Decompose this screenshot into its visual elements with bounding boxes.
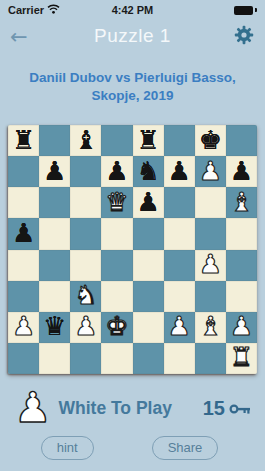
- black-pawn: ♟: [168, 158, 191, 184]
- square-b8[interactable]: [39, 125, 70, 156]
- black-king: ♚: [199, 127, 222, 153]
- square-b7[interactable]: ♟: [39, 156, 70, 187]
- square-f3[interactable]: [164, 281, 195, 312]
- nav-bar: ← Puzzle 1: [0, 22, 265, 52]
- square-a5[interactable]: ♟: [8, 218, 39, 249]
- white-pawn: ♟: [230, 313, 253, 339]
- black-pawn: ♟: [105, 158, 128, 184]
- black-rook: ♜: [136, 127, 159, 153]
- square-f1[interactable]: [164, 343, 195, 374]
- carrier-label: Carrier: [8, 4, 44, 16]
- square-g4[interactable]: ♟: [195, 250, 226, 281]
- square-b5[interactable]: [39, 218, 70, 249]
- white-pawn: ♟: [199, 158, 222, 184]
- square-h4[interactable]: [226, 250, 257, 281]
- square-a7[interactable]: [8, 156, 39, 187]
- square-h3[interactable]: [226, 281, 257, 312]
- black-pawn: ♟: [136, 189, 159, 215]
- square-f7[interactable]: ♟: [164, 156, 195, 187]
- white-pawn: ♟: [12, 313, 35, 339]
- square-d3[interactable]: [101, 281, 132, 312]
- square-h7[interactable]: ♟: [226, 156, 257, 187]
- white-pawn: ♟: [168, 313, 191, 339]
- square-d6[interactable]: ♛: [101, 187, 132, 218]
- square-f8[interactable]: [164, 125, 195, 156]
- black-rook: ♜: [12, 127, 35, 153]
- square-b3[interactable]: [39, 281, 70, 312]
- square-f5[interactable]: [164, 218, 195, 249]
- page-title: Puzzle 1: [0, 25, 265, 47]
- black-knight: ♞: [136, 158, 159, 184]
- square-e7[interactable]: ♞: [133, 156, 164, 187]
- square-a4[interactable]: [8, 250, 39, 281]
- white-pawn: ♟: [74, 313, 97, 339]
- square-b4[interactable]: [39, 250, 70, 281]
- key-score: 15: [203, 397, 251, 420]
- square-c8[interactable]: ♝: [70, 125, 101, 156]
- square-a8[interactable]: ♜: [8, 125, 39, 156]
- square-c7[interactable]: [70, 156, 101, 187]
- square-b6[interactable]: [39, 187, 70, 218]
- square-b2[interactable]: ♛: [39, 312, 70, 343]
- square-d8[interactable]: [101, 125, 132, 156]
- square-d4[interactable]: [101, 250, 132, 281]
- square-h5[interactable]: [226, 218, 257, 249]
- settings-gear-icon[interactable]: [234, 25, 254, 45]
- square-h2[interactable]: ♟: [226, 312, 257, 343]
- square-c3[interactable]: ♞: [70, 281, 101, 312]
- square-f2[interactable]: ♟: [164, 312, 195, 343]
- square-g2[interactable]: ♝: [195, 312, 226, 343]
- square-h6[interactable]: ♝: [226, 187, 257, 218]
- share-button[interactable]: Share: [152, 436, 219, 460]
- square-a6[interactable]: [8, 187, 39, 218]
- action-buttons: hint Share: [0, 436, 262, 460]
- square-g8[interactable]: ♚: [195, 125, 226, 156]
- key-icon: [229, 397, 251, 420]
- square-g3[interactable]: [195, 281, 226, 312]
- game-info-subtitle: Daniil Dubov vs Pierluigi Basso, Skopje,…: [18, 69, 247, 104]
- square-c4[interactable]: [70, 250, 101, 281]
- chess-board: ♜♝♜♚♟♟♞♟♟♟♛♟♝♟♟♞♟♛♟♚♟♝♟♜: [8, 125, 257, 374]
- white-pawn: ♟: [199, 251, 222, 277]
- square-e1[interactable]: [133, 343, 164, 374]
- white-bishop: ♝: [230, 189, 253, 215]
- white-knight: ♞: [74, 282, 97, 308]
- square-e4[interactable]: [133, 250, 164, 281]
- square-e8[interactable]: ♜: [133, 125, 164, 156]
- square-e2[interactable]: [133, 312, 164, 343]
- square-h8[interactable]: [226, 125, 257, 156]
- square-g7[interactable]: ♟: [195, 156, 226, 187]
- square-g5[interactable]: [195, 218, 226, 249]
- square-d2[interactable]: ♚: [101, 312, 132, 343]
- square-c2[interactable]: ♟: [70, 312, 101, 343]
- square-e6[interactable]: ♟: [133, 187, 164, 218]
- square-e3[interactable]: [133, 281, 164, 312]
- black-queen: ♛: [43, 313, 66, 339]
- square-c1[interactable]: [70, 343, 101, 374]
- white-bishop: ♝: [199, 313, 222, 339]
- wifi-icon: [47, 4, 60, 16]
- square-h1[interactable]: ♜: [226, 343, 257, 374]
- side-to-play-label: White To Play: [58, 398, 171, 419]
- white-pawn-icon: ♟: [14, 387, 52, 429]
- white-queen: ♛: [105, 189, 128, 215]
- black-pawn: ♟: [43, 158, 66, 184]
- battery-icon: [234, 6, 253, 15]
- square-g1[interactable]: [195, 343, 226, 374]
- square-g6[interactable]: [195, 187, 226, 218]
- black-pawn: ♟: [12, 220, 35, 246]
- black-bishop: ♝: [74, 127, 97, 153]
- hint-button[interactable]: hint: [41, 436, 94, 460]
- score-value: 15: [203, 397, 225, 420]
- square-d5[interactable]: [101, 218, 132, 249]
- square-a1[interactable]: [8, 343, 39, 374]
- square-d7[interactable]: ♟: [101, 156, 132, 187]
- square-d1[interactable]: [101, 343, 132, 374]
- white-rook: ♜: [230, 344, 253, 370]
- square-c6[interactable]: [70, 187, 101, 218]
- square-a3[interactable]: [8, 281, 39, 312]
- status-bar: Carrier 4:42 PM: [0, 0, 265, 20]
- square-e5[interactable]: [133, 218, 164, 249]
- square-f6[interactable]: [164, 187, 195, 218]
- square-b1[interactable]: [39, 343, 70, 374]
- square-c5[interactable]: [70, 218, 101, 249]
- black-pawn: ♟: [230, 158, 253, 184]
- white-king: ♚: [105, 313, 128, 339]
- footer-bar: ♟ White To Play 15: [0, 382, 265, 434]
- square-f4[interactable]: [164, 250, 195, 281]
- square-a2[interactable]: ♟: [8, 312, 39, 343]
